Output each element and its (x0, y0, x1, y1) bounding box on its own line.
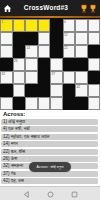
grid-cell-black (75, 58, 88, 71)
grid-cell[interactable] (25, 19, 38, 32)
grid-cell[interactable] (25, 71, 38, 84)
grid-cell[interactable] (63, 71, 76, 84)
grid-cell-black (38, 71, 51, 84)
grid-cell[interactable]: 26 (13, 58, 26, 71)
cell-number: 32 (2, 72, 6, 76)
grid-cell-black (13, 97, 26, 110)
grid-cell-black (88, 71, 101, 84)
grid-cell[interactable]: 42 (75, 84, 88, 97)
grid-cell[interactable] (88, 97, 101, 110)
grid-cell-black (13, 45, 26, 58)
grid-cell[interactable]: 37 (50, 71, 63, 84)
grid-cell[interactable] (13, 84, 26, 97)
grid-cell-black (63, 58, 76, 71)
grid-cell[interactable]: 32 (0, 71, 13, 84)
grid-cell[interactable]: 22 (63, 45, 76, 58)
cell-number: 4 (64, 20, 66, 24)
grid-cell[interactable] (13, 19, 26, 32)
cell-number: 42 (77, 85, 81, 89)
grid-cell-black (50, 32, 63, 45)
grid-cell-black (13, 32, 26, 45)
android-nav-bar (0, 186, 100, 200)
cell-number: 37 (52, 72, 56, 76)
grid-cell[interactable] (75, 32, 88, 45)
cell-number: 22 (64, 46, 68, 50)
grid-cell-black (50, 19, 63, 32)
grid-cell[interactable] (50, 97, 63, 110)
toast-message: Across : कोई मनुष्य (29, 162, 71, 172)
grid-cell[interactable] (38, 45, 51, 58)
clue-item[interactable]: 22) बल, बॉस (1, 149, 98, 155)
grid-cell[interactable] (88, 19, 101, 32)
grid-cell-black (50, 45, 63, 58)
home-icon[interactable] (3, 4, 12, 13)
grid-cell-black (88, 45, 101, 58)
grid-cell-black (63, 84, 76, 97)
title-bar: CrossWord#3 (0, 0, 100, 16)
clue-item[interactable]: 4) एक स्त्री, नदी (1, 126, 98, 132)
grid-cell[interactable] (88, 58, 101, 71)
grid-cell-black (25, 84, 38, 97)
grid-cell[interactable]: 14 (25, 45, 38, 58)
grid-cell[interactable] (50, 58, 63, 71)
grid-cell[interactable] (13, 71, 26, 84)
grid-cell[interactable] (38, 32, 51, 45)
titlebar-actions (80, 4, 97, 13)
trophy-icon[interactable] (89, 4, 97, 13)
cell-number: 26 (14, 59, 18, 63)
grid-cell[interactable]: 12 (63, 32, 76, 45)
cell-number: 1 (2, 20, 4, 24)
grid-cell-black (38, 84, 51, 97)
grid-cell[interactable] (75, 71, 88, 84)
grid-cell[interactable] (75, 45, 88, 58)
grid-cell-black (75, 97, 88, 110)
grid-cell-black (0, 84, 13, 97)
grid-cell[interactable] (75, 19, 88, 32)
clue-item[interactable]: 12) महोदय, एक सम्राट जयंत (1, 134, 98, 140)
grid-cell[interactable] (0, 32, 13, 45)
grid-cell-black (38, 58, 51, 71)
grid-cell[interactable] (38, 19, 51, 32)
grid-cell[interactable] (25, 58, 38, 71)
clues-heading: Across: (3, 111, 25, 117)
grid-cell-black (0, 58, 13, 71)
grid-cell[interactable] (88, 32, 101, 45)
grid-cell-black (63, 97, 76, 110)
grid-cell[interactable] (38, 97, 51, 110)
grid-cell[interactable] (0, 97, 13, 110)
grid-cell[interactable] (88, 84, 101, 97)
clue-item[interactable]: 42) वह, उस (1, 178, 98, 184)
cell-number: 12 (64, 33, 68, 37)
home-circle-icon[interactable] (47, 191, 54, 198)
page-title: CrossWord#3 (12, 0, 80, 16)
clue-list: 1) कोई मनुष्य4) एक स्त्री, नदी12) महोदय,… (1, 119, 98, 184)
grid-cell[interactable] (0, 45, 13, 58)
grid-cell-black (25, 32, 38, 45)
recents-icon[interactable] (71, 191, 78, 198)
crossword-grid: 1412142226323742 (0, 18, 100, 110)
trophy-icon[interactable] (80, 4, 88, 13)
grid-cell[interactable]: 1 (0, 19, 13, 32)
grid-cell[interactable] (50, 84, 63, 97)
clue-item[interactable]: 14) मगर (1, 141, 98, 147)
grid-cell[interactable]: 4 (63, 19, 76, 32)
clue-item[interactable]: 1) कोई मनुष्य (1, 119, 98, 125)
cell-number: 14 (27, 46, 31, 50)
back-icon[interactable] (23, 191, 30, 198)
grid-cell[interactable] (25, 97, 38, 110)
